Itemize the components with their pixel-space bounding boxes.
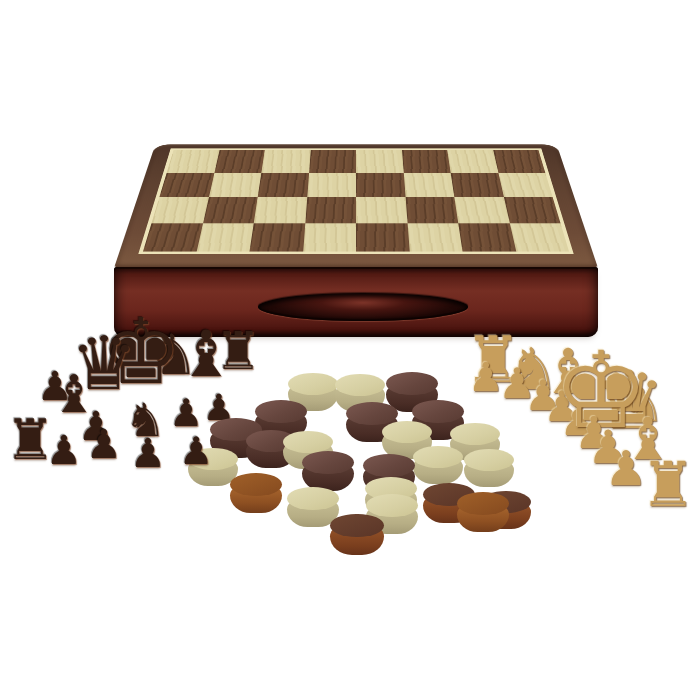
board-square (196, 223, 254, 251)
dark-pawn-piece: ♟ (86, 424, 122, 464)
darkamber-checker-disc (330, 514, 384, 555)
board-square (498, 173, 553, 197)
board-square (451, 173, 504, 197)
board-square (209, 173, 262, 197)
checker-top (255, 400, 307, 423)
board-top-face (114, 144, 598, 268)
checker-top (302, 451, 354, 474)
board-inlay-border (138, 148, 573, 253)
board-square (454, 197, 509, 223)
checker-top (230, 473, 282, 496)
checker-top (283, 431, 333, 453)
board-square (143, 223, 203, 251)
board-square (254, 197, 307, 223)
light-rook-piece: ♜ (640, 454, 696, 516)
board-square (167, 150, 219, 173)
product-photo-chess-checkers-set: ♛♚♞♝♜♟♝♟♞♟♟♜♟♟♟♟♜♞♝♚♛♞♝♜♟♟♟♟♟♟♟♟ (0, 0, 700, 700)
board-square (509, 223, 569, 251)
board-square (458, 223, 516, 251)
board-square (405, 197, 458, 223)
board-square (203, 197, 258, 223)
checkerboard-grid (143, 150, 569, 251)
board-square (258, 173, 309, 197)
board-square (214, 150, 265, 173)
dark-pawn-piece: ♟ (46, 430, 82, 470)
dark-pawn-piece: ♟ (130, 433, 166, 473)
checker-top (287, 487, 339, 510)
board-square (309, 150, 356, 173)
checker-top (335, 374, 385, 396)
checker-top (464, 449, 514, 471)
board-square (356, 223, 409, 251)
board-square (303, 223, 356, 251)
checker-top (457, 492, 509, 515)
dark-pawn-piece: ♟ (179, 432, 213, 470)
board-square (356, 150, 403, 173)
board-square (261, 150, 310, 173)
board-square (307, 173, 356, 197)
board-square (305, 197, 356, 223)
board-square (356, 173, 405, 197)
checker-top (450, 423, 500, 445)
board-square (493, 150, 545, 173)
board-square (356, 197, 407, 223)
checker-top (412, 400, 464, 423)
board-square (403, 173, 454, 197)
board-square (503, 197, 560, 223)
checker-top (330, 514, 384, 538)
board-square (447, 150, 498, 173)
board-square (249, 223, 304, 251)
checker-top (413, 446, 463, 468)
dark-bishop-piece: ♝ (177, 322, 234, 386)
board-square (402, 150, 451, 173)
cream-checker-disc (464, 449, 514, 487)
checker-top (386, 372, 438, 395)
checker-top (382, 421, 432, 443)
board-square (152, 197, 209, 223)
checker-top (288, 373, 338, 395)
board-square (407, 223, 462, 251)
checker-top (363, 454, 415, 477)
amber-checker-disc (457, 492, 509, 532)
amber-checker-disc (230, 473, 282, 513)
handle-recess (258, 293, 468, 321)
board-square (159, 173, 214, 197)
dark-checker-disc (302, 451, 354, 491)
cream-checker-disc (413, 446, 463, 484)
dark-pawn-piece: ♟ (169, 394, 203, 432)
